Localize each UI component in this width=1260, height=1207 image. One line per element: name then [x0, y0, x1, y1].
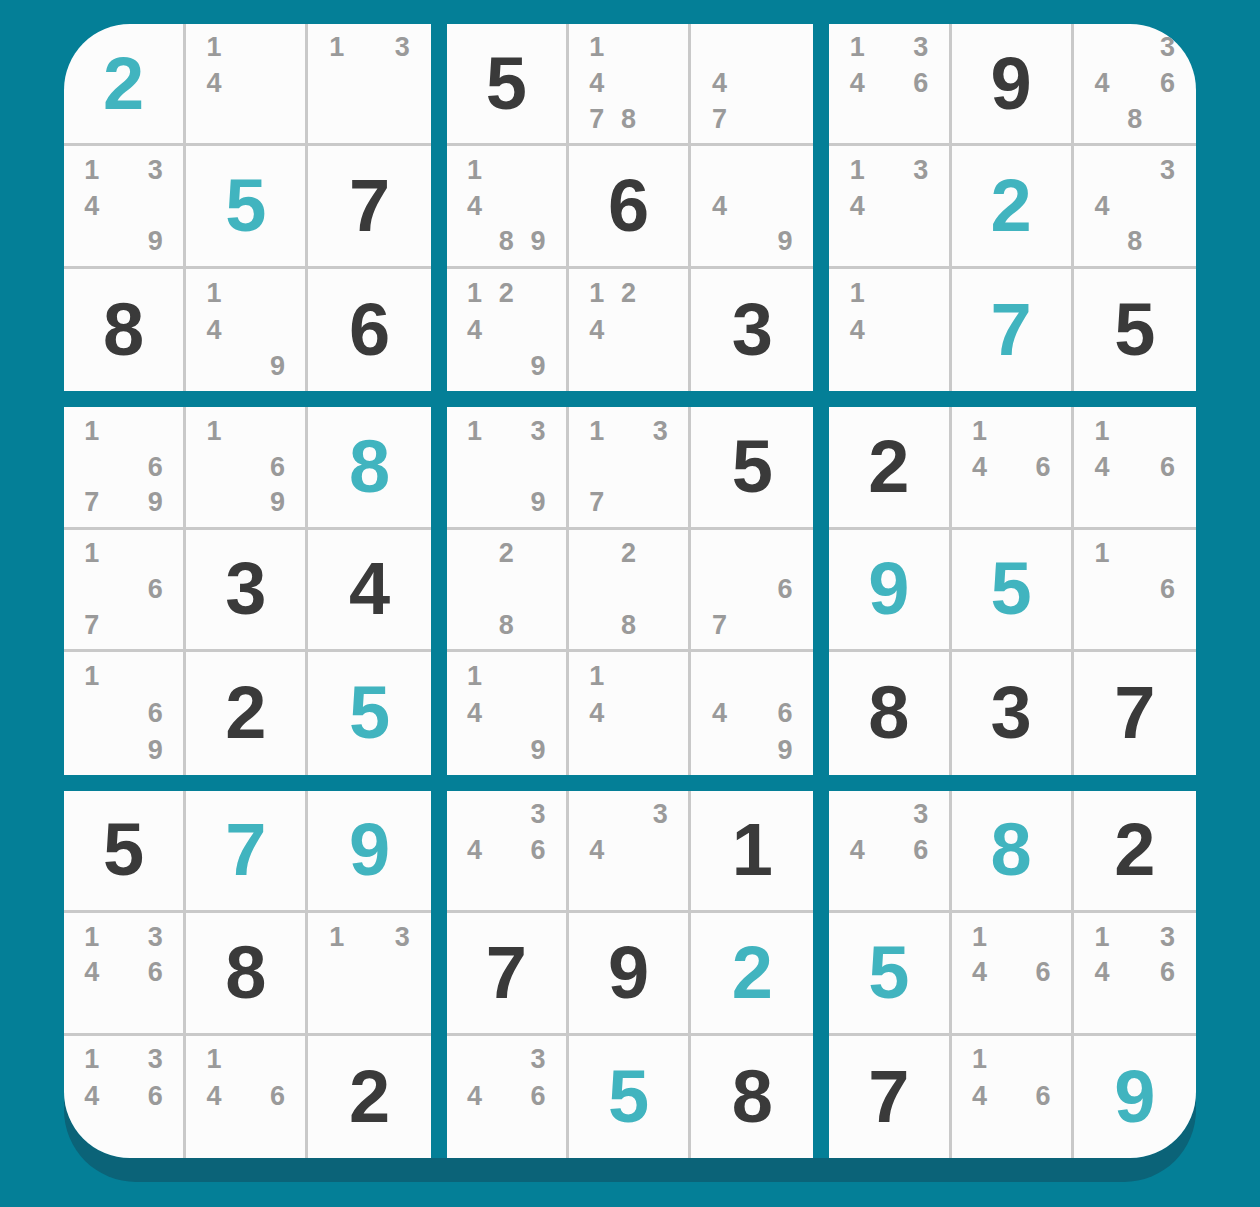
cell-value: 5 — [569, 1036, 688, 1158]
pencil-mark-6: 6 — [1160, 576, 1175, 603]
cell-r7c1[interactable]: 5 — [64, 791, 186, 913]
pencil-mark-1: 1 — [972, 1046, 987, 1073]
pencil-mark-1: 1 — [972, 924, 987, 951]
cell-r8c2[interactable]: 8 — [186, 913, 308, 1035]
cell-r7c7[interactable]: 346 — [829, 791, 951, 913]
cell-r9c8[interactable]: 146 — [952, 1036, 1074, 1158]
cell-value: 8 — [952, 791, 1071, 910]
cell-value: 4 — [308, 530, 430, 649]
pencil-mark-6: 6 — [1035, 959, 1050, 986]
cell-r1c9[interactable]: 3468 — [1074, 24, 1196, 146]
cell-value: 9 — [1074, 1036, 1196, 1158]
cell-value: 5 — [691, 407, 813, 526]
cell-r7c4[interactable]: 346 — [447, 791, 569, 913]
pencil-mark-9: 9 — [270, 489, 285, 516]
cell-r3c3[interactable]: 6 — [308, 269, 430, 391]
pencil-mark-2: 2 — [621, 540, 636, 567]
cell-value: 5 — [952, 530, 1071, 649]
cell-r8c9[interactable]: 1346 — [1074, 913, 1196, 1035]
cell-r2c2[interactable]: 5 — [186, 146, 308, 268]
pencil-mark-7: 7 — [712, 106, 727, 133]
pencil-mark-6: 6 — [270, 1083, 285, 1110]
cell-value: 5 — [186, 146, 305, 265]
cell-value: 5 — [64, 791, 183, 910]
pencil-marks: 146 — [964, 1042, 1059, 1152]
pencil-mark-4: 4 — [850, 70, 865, 97]
pencil-mark-3: 3 — [1160, 157, 1175, 184]
cell-value: 9 — [829, 530, 948, 649]
cell-value: 2 — [308, 1036, 430, 1158]
cell-r4c2[interactable]: 169 — [186, 407, 308, 529]
cell-r9c1[interactable]: 1346 — [64, 1036, 186, 1158]
cell-r7c5[interactable]: 34 — [569, 791, 691, 913]
cell-value: 7 — [829, 1036, 948, 1158]
pencil-mark-1: 1 — [207, 1046, 222, 1073]
pencil-mark-8: 8 — [1127, 228, 1142, 255]
cell-r8c5[interactable]: 9 — [569, 913, 691, 1035]
pencil-mark-4: 4 — [207, 70, 222, 97]
cell-r4c7[interactable]: 2 — [829, 407, 951, 529]
cell-r6c6[interactable]: 469 — [691, 652, 813, 774]
cell-r6c3[interactable]: 5 — [308, 652, 430, 774]
cell-r9c3[interactable]: 2 — [308, 1036, 430, 1158]
pencil-mark-1: 1 — [1095, 924, 1110, 951]
cell-r5c8[interactable]: 5 — [952, 530, 1074, 652]
cell-r1c7[interactable]: 1346 — [829, 24, 951, 146]
pencil-marks: 149 — [198, 275, 293, 385]
pencil-mark-9: 9 — [148, 737, 163, 764]
cell-r8c1[interactable]: 1346 — [64, 913, 186, 1035]
cell-r1c1[interactable]: 2 — [64, 24, 186, 146]
pencil-marks: 16 — [1086, 536, 1184, 643]
cell-r8c6[interactable]: 2 — [691, 913, 813, 1035]
pencil-mark-1: 1 — [589, 280, 604, 307]
pencil-mark-1: 1 — [329, 924, 344, 951]
cell-r9c4[interactable]: 346 — [447, 1036, 569, 1158]
cell-r3c6[interactable]: 3 — [691, 269, 813, 391]
pencil-marks: 124 — [581, 275, 676, 385]
box-7: 579134681313461462 — [64, 791, 431, 1158]
pencil-mark-9: 9 — [530, 737, 545, 764]
pencil-marks: 169 — [198, 413, 293, 520]
pencil-mark-4: 4 — [589, 837, 604, 864]
pencil-mark-3: 3 — [148, 1046, 163, 1073]
pencil-mark-1: 1 — [589, 418, 604, 445]
pencil-mark-9: 9 — [777, 228, 792, 255]
pencil-mark-1: 1 — [207, 418, 222, 445]
pencil-mark-3: 3 — [913, 801, 928, 828]
pencil-mark-2: 2 — [499, 540, 514, 567]
cell-r6c9[interactable]: 7 — [1074, 652, 1196, 774]
pencil-marks: 1679 — [76, 413, 171, 520]
cell-r7c8[interactable]: 8 — [952, 791, 1074, 913]
pencil-mark-6: 6 — [1160, 454, 1175, 481]
pencil-mark-4: 4 — [1095, 70, 1110, 97]
pencil-mark-8: 8 — [499, 228, 514, 255]
cell-r2c5[interactable]: 6 — [569, 146, 691, 268]
cell-value: 2 — [691, 913, 813, 1032]
cell-r3c7[interactable]: 14 — [829, 269, 951, 391]
pencil-marks: 146 — [198, 1042, 293, 1152]
pencil-mark-1: 1 — [467, 663, 482, 690]
pencil-mark-1: 1 — [589, 34, 604, 61]
pencil-mark-6: 6 — [1035, 454, 1050, 481]
cell-value: 3 — [952, 652, 1071, 774]
cell-value: 5 — [447, 24, 566, 143]
pencil-marks: 34 — [581, 797, 676, 904]
pencil-mark-6: 6 — [1035, 1083, 1050, 1110]
pencil-marks: 1346 — [841, 30, 936, 137]
pencil-mark-1: 1 — [850, 280, 865, 307]
pencil-mark-3: 3 — [653, 418, 668, 445]
cell-value: 3 — [186, 530, 305, 649]
cell-value: 9 — [308, 791, 430, 910]
pencil-marks: 146 — [964, 413, 1059, 520]
pencil-mark-6: 6 — [270, 454, 285, 481]
pencil-mark-1: 1 — [84, 157, 99, 184]
pencil-marks: 1346 — [76, 1042, 171, 1152]
pencil-mark-8: 8 — [499, 612, 514, 639]
pencil-mark-6: 6 — [777, 576, 792, 603]
pencil-mark-4: 4 — [467, 837, 482, 864]
pencil-mark-6: 6 — [148, 576, 163, 603]
board-grid: 2141313495781496 5147847148964912491243 … — [64, 24, 1196, 1158]
cell-value: 7 — [447, 913, 566, 1032]
cell-value: 8 — [829, 652, 948, 774]
cell-r1c6[interactable]: 47 — [691, 24, 813, 146]
pencil-marks: 47 — [703, 30, 801, 137]
pencil-mark-9: 9 — [148, 489, 163, 516]
pencil-mark-7: 7 — [84, 612, 99, 639]
pencil-mark-1: 1 — [207, 34, 222, 61]
cell-r5c4[interactable]: 28 — [447, 530, 569, 652]
pencil-marks: 346 — [459, 797, 554, 904]
pencil-mark-8: 8 — [621, 106, 636, 133]
pencil-mark-3: 3 — [148, 157, 163, 184]
pencil-mark-4: 4 — [589, 317, 604, 344]
cell-value: 5 — [308, 652, 430, 774]
pencil-marks: 13 — [320, 30, 418, 137]
pencil-mark-9: 9 — [777, 737, 792, 764]
cell-value: 1 — [691, 791, 813, 910]
pencil-marks: 14 — [841, 275, 936, 385]
box-8: 34634179234658 — [447, 791, 814, 1158]
cell-r3c9[interactable]: 5 — [1074, 269, 1196, 391]
pencil-mark-4: 4 — [712, 700, 727, 727]
pencil-mark-9: 9 — [148, 228, 163, 255]
pencil-mark-4: 4 — [589, 70, 604, 97]
pencil-mark-9: 9 — [530, 489, 545, 516]
pencil-marks: 139 — [459, 413, 554, 520]
cell-r5c9[interactable]: 16 — [1074, 530, 1196, 652]
cell-r3c8[interactable]: 7 — [952, 269, 1074, 391]
pencil-mark-1: 1 — [972, 418, 987, 445]
pencil-mark-6: 6 — [1160, 70, 1175, 97]
pencil-mark-4: 4 — [972, 959, 987, 986]
cell-value: 8 — [691, 1036, 813, 1158]
pencil-mark-9: 9 — [270, 353, 285, 380]
pencil-mark-6: 6 — [913, 837, 928, 864]
cell-r5c3[interactable]: 4 — [308, 530, 430, 652]
pencil-mark-6: 6 — [530, 837, 545, 864]
pencil-mark-4: 4 — [467, 1083, 482, 1110]
pencil-mark-4: 4 — [207, 1083, 222, 1110]
pencil-mark-3: 3 — [530, 801, 545, 828]
pencil-mark-4: 4 — [84, 1083, 99, 1110]
pencil-mark-7: 7 — [589, 489, 604, 516]
cell-value: 2 — [64, 24, 183, 143]
pencil-mark-3: 3 — [1160, 34, 1175, 61]
box-9: 346825146134671469 — [829, 791, 1196, 1158]
cell-r3c4[interactable]: 1249 — [447, 269, 569, 391]
pencil-mark-1: 1 — [329, 34, 344, 61]
box-3: 13469346813423481475 — [829, 24, 1196, 391]
cell-value: 8 — [308, 407, 430, 526]
cell-r3c2[interactable]: 149 — [186, 269, 308, 391]
cell-value: 2 — [186, 652, 305, 774]
pencil-marks: 149 — [459, 658, 554, 768]
pencil-mark-7: 7 — [589, 106, 604, 133]
cell-r7c9[interactable]: 2 — [1074, 791, 1196, 913]
cell-r9c7[interactable]: 7 — [829, 1036, 951, 1158]
pencil-mark-3: 3 — [913, 157, 928, 184]
cell-r4c3[interactable]: 8 — [308, 407, 430, 529]
pencil-marks: 348 — [1086, 152, 1184, 259]
pencil-marks: 67 — [703, 536, 801, 643]
pencil-mark-3: 3 — [395, 924, 410, 951]
pencil-marks: 346 — [459, 1042, 554, 1152]
pencil-mark-9: 9 — [530, 228, 545, 255]
pencil-mark-1: 1 — [589, 663, 604, 690]
cell-r3c5[interactable]: 124 — [569, 269, 691, 391]
pencil-mark-1: 1 — [850, 34, 865, 61]
cell-r1c5[interactable]: 1478 — [569, 24, 691, 146]
pencil-mark-4: 4 — [850, 193, 865, 220]
cell-value: 7 — [952, 269, 1071, 391]
cell-r4c6[interactable]: 5 — [691, 407, 813, 529]
cell-r6c4[interactable]: 149 — [447, 652, 569, 774]
pencil-mark-1: 1 — [467, 280, 482, 307]
pencil-marks: 469 — [703, 658, 801, 768]
pencil-mark-8: 8 — [621, 612, 636, 639]
cell-value: 3 — [691, 269, 813, 391]
pencil-mark-2: 2 — [621, 280, 636, 307]
pencil-mark-3: 3 — [530, 1046, 545, 1073]
pencil-mark-4: 4 — [850, 317, 865, 344]
pencil-mark-3: 3 — [653, 801, 668, 828]
cell-value: 5 — [1074, 269, 1196, 391]
pencil-mark-3: 3 — [530, 418, 545, 445]
cell-value: 8 — [64, 269, 183, 391]
cell-value: 9 — [569, 913, 688, 1032]
cell-r6c1[interactable]: 169 — [64, 652, 186, 774]
cell-r1c2[interactable]: 14 — [186, 24, 308, 146]
pencil-mark-4: 4 — [84, 959, 99, 986]
cell-r2c8[interactable]: 2 — [952, 146, 1074, 268]
pencil-marks: 146 — [964, 919, 1059, 1026]
pencil-marks: 169 — [76, 658, 171, 768]
cell-r4c5[interactable]: 137 — [569, 407, 691, 529]
cell-r8c8[interactable]: 146 — [952, 913, 1074, 1035]
pencil-mark-6: 6 — [913, 70, 928, 97]
box-1: 2141313495781496 — [64, 24, 431, 391]
cell-r6c5[interactable]: 14 — [569, 652, 691, 774]
pencil-mark-3: 3 — [148, 924, 163, 951]
pencil-mark-4: 4 — [467, 700, 482, 727]
pencil-marks: 1249 — [459, 275, 554, 385]
cell-r5c2[interactable]: 3 — [186, 530, 308, 652]
box-2: 5147847148964912491243 — [447, 24, 814, 391]
cell-r5c1[interactable]: 167 — [64, 530, 186, 652]
pencil-mark-1: 1 — [1095, 418, 1110, 445]
pencil-marks: 137 — [581, 413, 676, 520]
pencil-mark-6: 6 — [148, 454, 163, 481]
pencil-mark-4: 4 — [84, 193, 99, 220]
pencil-mark-9: 9 — [530, 353, 545, 380]
pencil-marks: 1478 — [581, 30, 676, 137]
pencil-mark-1: 1 — [84, 418, 99, 445]
cell-value: 8 — [186, 913, 305, 1032]
cell-r2c9[interactable]: 348 — [1074, 146, 1196, 268]
cell-r5c7[interactable]: 9 — [829, 530, 951, 652]
cell-value: 2 — [952, 146, 1071, 265]
pencil-marks: 49 — [703, 152, 801, 259]
cell-value: 7 — [186, 791, 305, 910]
pencil-mark-4: 4 — [467, 317, 482, 344]
cell-value: 2 — [829, 407, 948, 526]
pencil-mark-4: 4 — [1095, 454, 1110, 481]
pencil-mark-4: 4 — [972, 1083, 987, 1110]
pencil-mark-4: 4 — [207, 317, 222, 344]
pencil-mark-4: 4 — [850, 837, 865, 864]
pencil-mark-1: 1 — [467, 418, 482, 445]
cell-r5c5[interactable]: 28 — [569, 530, 691, 652]
cell-r2c3[interactable]: 7 — [308, 146, 430, 268]
cell-r3c1[interactable]: 8 — [64, 269, 186, 391]
box-5: 139137528286714914469 — [447, 407, 814, 774]
pencil-marks: 28 — [459, 536, 554, 643]
cell-value: 5 — [829, 913, 948, 1032]
pencil-mark-7: 7 — [84, 489, 99, 516]
cell-value: 6 — [308, 269, 430, 391]
cell-r7c3[interactable]: 9 — [308, 791, 430, 913]
pencil-mark-4: 4 — [589, 700, 604, 727]
pencil-mark-7: 7 — [712, 612, 727, 639]
pencil-mark-1: 1 — [1095, 540, 1110, 567]
pencil-mark-1: 1 — [84, 1046, 99, 1073]
pencil-mark-4: 4 — [467, 193, 482, 220]
box-6: 21461469516837 — [829, 407, 1196, 774]
pencil-mark-1: 1 — [84, 540, 99, 567]
pencil-mark-6: 6 — [148, 959, 163, 986]
pencil-mark-4: 4 — [712, 70, 727, 97]
cell-r9c9[interactable]: 9 — [1074, 1036, 1196, 1158]
cell-value: 9 — [952, 24, 1071, 143]
pencil-mark-4: 4 — [972, 454, 987, 481]
cell-value: 7 — [1074, 652, 1196, 774]
cell-r8c3[interactable]: 13 — [308, 913, 430, 1035]
cell-value: 7 — [308, 146, 430, 265]
pencil-marks: 28 — [581, 536, 676, 643]
box-4: 167916981673416925 — [64, 407, 431, 774]
pencil-mark-2: 2 — [499, 280, 514, 307]
pencil-marks: 167 — [76, 536, 171, 643]
pencil-mark-6: 6 — [1160, 959, 1175, 986]
pencil-marks: 13 — [320, 919, 418, 1026]
pencil-mark-1: 1 — [84, 663, 99, 690]
cell-r9c5[interactable]: 5 — [569, 1036, 691, 1158]
pencil-mark-8: 8 — [1127, 106, 1142, 133]
pencil-marks: 1346 — [1086, 919, 1184, 1026]
pencil-marks: 3468 — [1086, 30, 1184, 137]
cell-r6c8[interactable]: 3 — [952, 652, 1074, 774]
pencil-mark-3: 3 — [913, 34, 928, 61]
cell-r4c9[interactable]: 146 — [1074, 407, 1196, 529]
pencil-mark-6: 6 — [148, 700, 163, 727]
pencil-mark-6: 6 — [530, 1083, 545, 1110]
cell-r1c3[interactable]: 13 — [308, 24, 430, 146]
cell-value: 2 — [1074, 791, 1196, 910]
cell-r2c6[interactable]: 49 — [691, 146, 813, 268]
cell-r2c4[interactable]: 1489 — [447, 146, 569, 268]
pencil-marks: 14 — [581, 658, 676, 768]
pencil-marks: 346 — [841, 797, 936, 904]
pencil-marks: 146 — [1086, 413, 1184, 520]
pencil-marks: 134 — [841, 152, 936, 259]
pencil-mark-6: 6 — [148, 1083, 163, 1110]
pencil-mark-3: 3 — [1160, 924, 1175, 951]
cell-r2c7[interactable]: 134 — [829, 146, 951, 268]
cell-r6c7[interactable]: 8 — [829, 652, 951, 774]
pencil-marks: 1489 — [459, 152, 554, 259]
cell-r9c6[interactable]: 8 — [691, 1036, 813, 1158]
pencil-mark-4: 4 — [1095, 193, 1110, 220]
cell-r1c8[interactable]: 9 — [952, 24, 1074, 146]
cell-value: 6 — [569, 146, 688, 265]
sudoku-app-screen: { "game": "sudoku", "position": { "curre… — [0, 0, 1260, 1207]
sudoku-board: 2141313495781496 5147847148964912491243 … — [64, 24, 1196, 1158]
pencil-mark-1: 1 — [467, 157, 482, 184]
cell-r4c8[interactable]: 146 — [952, 407, 1074, 529]
pencil-mark-4: 4 — [712, 193, 727, 220]
cell-r4c1[interactable]: 1679 — [64, 407, 186, 529]
pencil-mark-3: 3 — [395, 34, 410, 61]
pencil-mark-1: 1 — [84, 924, 99, 951]
pencil-mark-4: 4 — [1095, 959, 1110, 986]
cell-r6c2[interactable]: 2 — [186, 652, 308, 774]
pencil-marks: 1346 — [76, 919, 171, 1026]
pencil-mark-1: 1 — [207, 280, 222, 307]
cell-r7c2[interactable]: 7 — [186, 791, 308, 913]
pencil-marks: 14 — [198, 30, 293, 137]
cell-r2c1[interactable]: 1349 — [64, 146, 186, 268]
cell-r5c6[interactable]: 67 — [691, 530, 813, 652]
cell-r4c4[interactable]: 139 — [447, 407, 569, 529]
pencil-mark-1: 1 — [850, 157, 865, 184]
cell-r8c4[interactable]: 7 — [447, 913, 569, 1035]
cell-r8c7[interactable]: 5 — [829, 913, 951, 1035]
cell-r7c6[interactable]: 1 — [691, 791, 813, 913]
pencil-mark-6: 6 — [777, 700, 792, 727]
cell-r1c4[interactable]: 5 — [447, 24, 569, 146]
cell-r9c2[interactable]: 146 — [186, 1036, 308, 1158]
pencil-marks: 1349 — [76, 152, 171, 259]
